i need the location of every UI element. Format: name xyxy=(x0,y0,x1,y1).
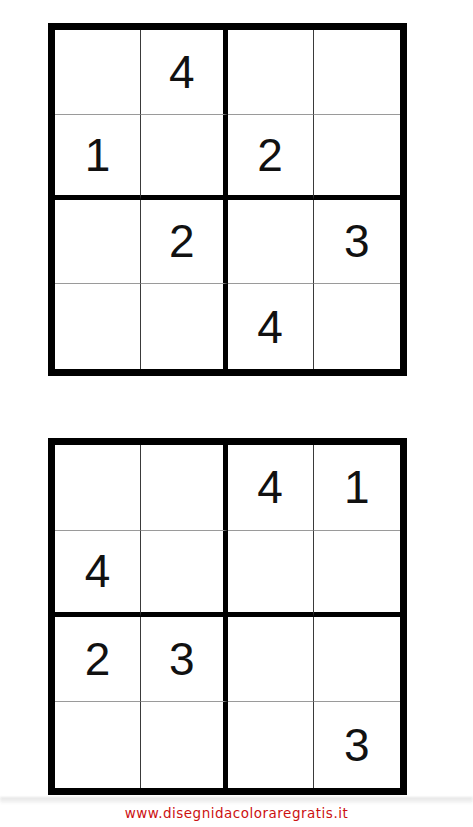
board1-cell-r3c1[interactable] xyxy=(55,200,141,285)
board2-cell-r2c3[interactable] xyxy=(228,531,314,617)
board1-cell-r4c3[interactable]: 4 xyxy=(228,284,314,369)
board2-cell-r1c2[interactable] xyxy=(141,445,227,531)
board2-cell-r4c1[interactable] xyxy=(55,702,141,788)
board2-cell-r2c1[interactable]: 4 xyxy=(55,531,141,617)
board2-cell-r4c3[interactable] xyxy=(228,702,314,788)
footer: www.disegnidacoloraregratis.it xyxy=(0,795,473,827)
board1-cell-r3c4[interactable]: 3 xyxy=(314,200,400,285)
board2-cell-r3c2[interactable]: 3 xyxy=(141,617,227,703)
board2-cell-r4c4[interactable]: 3 xyxy=(314,702,400,788)
board2-cell-r3c3[interactable] xyxy=(228,617,314,703)
sudoku-sheet: 4 1 2 2 3 4 4 1 4 2 3 3 www.disegnidac xyxy=(0,0,473,827)
board1-cell-r1c2[interactable]: 4 xyxy=(141,30,227,115)
board2-cell-r1c3[interactable]: 4 xyxy=(228,445,314,531)
board1-cell-r1c4[interactable] xyxy=(314,30,400,115)
board1-cell-r4c2[interactable] xyxy=(141,284,227,369)
board1-cell-r2c3[interactable]: 2 xyxy=(228,115,314,200)
board1-cell-r3c2[interactable]: 2 xyxy=(141,200,227,285)
board1-cell-r4c4[interactable] xyxy=(314,284,400,369)
board1-cell-r1c3[interactable] xyxy=(228,30,314,115)
board1-cell-r2c4[interactable] xyxy=(314,115,400,200)
footer-shade-line xyxy=(0,797,473,804)
board2-cell-r2c4[interactable] xyxy=(314,531,400,617)
board1-cell-r4c1[interactable] xyxy=(55,284,141,369)
board1-cell-r2c2[interactable] xyxy=(141,115,227,200)
board2-cell-r3c4[interactable] xyxy=(314,617,400,703)
board2-cell-r1c4[interactable]: 1 xyxy=(314,445,400,531)
board1-cell-r2c1[interactable]: 1 xyxy=(55,115,141,200)
watermark-url: www.disegnidacoloraregratis.it xyxy=(0,805,473,821)
sudoku-board-2: 4 1 4 2 3 3 xyxy=(48,438,407,795)
board1-cell-r3c3[interactable] xyxy=(228,200,314,285)
board2-cell-r4c2[interactable] xyxy=(141,702,227,788)
board2-cell-r1c1[interactable] xyxy=(55,445,141,531)
board2-cell-r3c1[interactable]: 2 xyxy=(55,617,141,703)
board2-cell-r2c2[interactable] xyxy=(141,531,227,617)
sudoku-board-1: 4 1 2 2 3 4 xyxy=(48,23,407,376)
board1-cell-r1c1[interactable] xyxy=(55,30,141,115)
